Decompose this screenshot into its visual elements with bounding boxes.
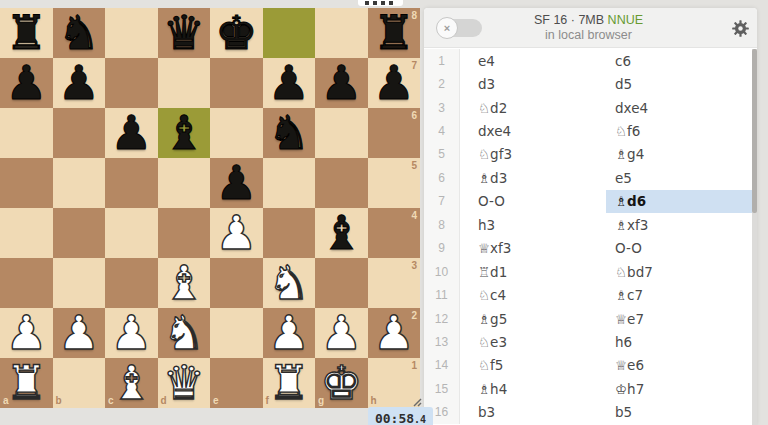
white-pawn-c2[interactable]: ♟ <box>105 308 158 358</box>
move-row-2: 2d3d5 <box>424 72 757 95</box>
coord-rank-1: 1 <box>411 360 417 371</box>
white-knight-f3[interactable]: ♞ <box>263 258 316 308</box>
square-b6[interactable] <box>53 108 106 158</box>
move-white-16[interactable]: b3 <box>460 401 606 424</box>
black-bishop-g4[interactable]: ♝ <box>315 208 368 258</box>
square-b3[interactable] <box>53 258 106 308</box>
move-white-8[interactable]: h3 <box>460 213 606 236</box>
engine-subtitle: in local browser <box>460 28 717 43</box>
move-black-2[interactable]: d5 <box>606 72 752 95</box>
black-rook-a8[interactable]: ♜ <box>0 8 53 58</box>
top-clock-cropped <box>358 0 403 6</box>
move-black-16[interactable]: b5 <box>606 401 752 424</box>
square-d7[interactable] <box>158 58 211 108</box>
engine-toggle-switch[interactable]: × <box>437 19 482 37</box>
white-pawn-g2[interactable]: ♟ <box>315 308 368 358</box>
square-c8[interactable] <box>105 8 158 58</box>
move-white-4[interactable]: dxe4 <box>460 119 606 142</box>
move-white-2[interactable]: d3 <box>460 72 606 95</box>
coord-file-c: c <box>108 395 114 406</box>
move-black-12[interactable]: ♕e7 <box>606 307 752 330</box>
move-white-12[interactable]: ♗g5 <box>460 307 606 330</box>
coord-rank-7: 7 <box>411 60 417 71</box>
square-e6[interactable] <box>210 108 263 158</box>
move-row-9: 9♕xf3O-O <box>424 237 757 260</box>
move-black-8[interactable]: ♗xf3 <box>606 213 752 236</box>
black-pawn-e5[interactable]: ♟ <box>210 158 263 208</box>
square-g6[interactable] <box>315 108 368 158</box>
square-f4[interactable] <box>263 208 316 258</box>
square-a5[interactable] <box>0 158 53 208</box>
move-number: 1 <box>424 49 460 72</box>
move-white-1[interactable]: e4 <box>460 49 606 72</box>
black-pawn-a7[interactable]: ♟ <box>0 58 53 108</box>
move-row-13: 13♘e3h6 <box>424 330 757 353</box>
move-black-6[interactable]: e5 <box>606 166 752 189</box>
square-c4[interactable] <box>105 208 158 258</box>
square-a6[interactable] <box>0 108 53 158</box>
move-number: 13 <box>424 330 460 353</box>
move-number: 3 <box>424 96 460 119</box>
move-black-14[interactable]: ♕e6 <box>606 354 752 377</box>
chess-board[interactable]: 87654321abcdefgh♜♞♛♚♜♟♟♟♟♟♟♝♞♟♟♝♝♞♟♟♟♞♟♟… <box>0 8 420 408</box>
move-number: 8 <box>424 213 460 236</box>
move-white-6[interactable]: ♗d3 <box>460 166 606 189</box>
black-pawn-g7[interactable]: ♟ <box>315 58 368 108</box>
move-number: 14 <box>424 354 460 377</box>
gear-icon[interactable] <box>731 19 750 38</box>
board-resize-handle[interactable] <box>411 396 422 407</box>
move-black-5[interactable]: ♗g4 <box>606 143 752 166</box>
square-a4[interactable] <box>0 208 53 258</box>
move-row-8: 8h3♗xf3 <box>424 213 757 236</box>
move-row-12: 12♗g5♕e7 <box>424 307 757 330</box>
move-black-3[interactable]: dxe4 <box>606 96 752 119</box>
coord-file-d: d <box>161 395 167 406</box>
move-black-7[interactable]: ♗d6 <box>606 190 752 213</box>
square-a3[interactable] <box>0 258 53 308</box>
black-knight-b8[interactable]: ♞ <box>53 8 106 58</box>
move-white-14[interactable]: ♘f5 <box>460 354 606 377</box>
black-queen-d8[interactable]: ♛ <box>158 8 211 58</box>
move-black-13[interactable]: h6 <box>606 330 752 353</box>
move-white-11[interactable]: ♘c4 <box>460 283 606 306</box>
square-c5[interactable] <box>105 158 158 208</box>
move-white-3[interactable]: ♘d2 <box>460 96 606 119</box>
toggle-knob-x-icon[interactable]: × <box>436 17 458 39</box>
move-row-4: 4dxe4♘f6 <box>424 119 757 142</box>
move-white-5[interactable]: ♘gf3 <box>460 143 606 166</box>
move-number: 2 <box>424 72 460 95</box>
square-e3[interactable] <box>210 258 263 308</box>
move-row-14: 14♘f5♕e6 <box>424 354 757 377</box>
move-row-10: 10♖d1♘bd7 <box>424 260 757 283</box>
square-e2[interactable] <box>210 308 263 358</box>
square-g5[interactable] <box>315 158 368 208</box>
move-row-11: 11♘c4♗c7 <box>424 283 757 306</box>
square-d4[interactable] <box>158 208 211 258</box>
white-pawn-a2[interactable]: ♟ <box>0 308 53 358</box>
square-f8[interactable] <box>263 8 316 58</box>
engine-nnue-badge: NNUE <box>608 13 643 27</box>
engine-name: SF 16 · 7MB <box>534 13 604 27</box>
black-knight-f6[interactable]: ♞ <box>263 108 316 158</box>
white-pawn-e4[interactable]: ♟ <box>210 208 263 258</box>
move-number: 11 <box>424 283 460 306</box>
square-f5[interactable] <box>263 158 316 208</box>
scrollbar-thumb[interactable] <box>752 49 757 213</box>
square-b5[interactable] <box>53 158 106 208</box>
white-pawn-f2[interactable]: ♟ <box>263 308 316 358</box>
white-clock: 00:58.4 <box>368 407 433 425</box>
white-bishop-d3[interactable]: ♝ <box>158 258 211 308</box>
move-number: 4 <box>424 119 460 142</box>
move-row-16: 16b3b5 <box>424 401 757 424</box>
clock-time: 00:58 <box>375 411 414 425</box>
coord-file-e: e <box>213 395 219 406</box>
clock-tenths: .4 <box>414 411 426 425</box>
move-list: 1e4c62d3d53♘d2dxe44dxe4♘f65♘gf3♗g46♗d3e5… <box>424 49 757 425</box>
black-pawn-c6[interactable]: ♟ <box>105 108 158 158</box>
coord-rank-8: 8 <box>411 10 417 21</box>
engine-header: × SF 16 · 7MB NNUE in local browser <box>424 8 757 48</box>
move-row-7: 7O-O♗d6 <box>424 190 757 213</box>
move-white-7[interactable]: O-O <box>460 190 606 213</box>
square-e7[interactable] <box>210 58 263 108</box>
move-white-9[interactable]: ♕xf3 <box>460 237 606 260</box>
coord-rank-6: 6 <box>411 110 417 121</box>
move-number: 6 <box>424 166 460 189</box>
square-g3[interactable] <box>315 258 368 308</box>
move-list-scrollbar[interactable] <box>752 49 757 425</box>
coord-file-h: h <box>371 395 377 406</box>
square-c7[interactable] <box>105 58 158 108</box>
move-black-4[interactable]: ♘f6 <box>606 119 752 142</box>
black-pawn-b7[interactable]: ♟ <box>53 58 106 108</box>
black-king-e8[interactable]: ♚ <box>210 8 263 58</box>
move-row-15: 15♗h4♔h7 <box>424 377 757 400</box>
coord-file-b: b <box>56 395 62 406</box>
square-c3[interactable] <box>105 258 158 308</box>
move-white-10[interactable]: ♖d1 <box>460 260 606 283</box>
move-number: 10 <box>424 260 460 283</box>
coord-file-f: f <box>266 395 269 406</box>
coord-rank-2: 2 <box>411 310 417 321</box>
white-pawn-b2[interactable]: ♟ <box>53 308 106 358</box>
move-row-1: 1e4c6 <box>424 49 757 72</box>
move-number: 7 <box>424 190 460 213</box>
black-bishop-d6[interactable]: ♝ <box>158 108 211 158</box>
white-rook-f1[interactable]: ♜ <box>263 358 316 408</box>
coord-file-g: g <box>318 395 324 406</box>
square-d5[interactable] <box>158 158 211 208</box>
coord-file-a: a <box>3 395 9 406</box>
move-number: 5 <box>424 143 460 166</box>
move-black-9[interactable]: O-O <box>606 237 752 260</box>
move-black-10[interactable]: ♘bd7 <box>606 260 752 283</box>
move-number: 9 <box>424 237 460 260</box>
move-row-5: 5♘gf3♗g4 <box>424 143 757 166</box>
move-number: 12 <box>424 307 460 330</box>
move-row-3: 3♘d2dxe4 <box>424 96 757 119</box>
coord-rank-5: 5 <box>411 160 417 171</box>
square-b4[interactable] <box>53 208 106 258</box>
white-knight-d2[interactable]: ♞ <box>158 308 211 358</box>
move-black-1[interactable]: c6 <box>606 49 752 72</box>
coord-rank-4: 4 <box>411 210 417 221</box>
coord-rank-3: 3 <box>411 260 417 271</box>
move-white-15[interactable]: ♗h4 <box>460 377 606 400</box>
move-row-6: 6♗d3e5 <box>424 166 757 189</box>
move-black-15[interactable]: ♔h7 <box>606 377 752 400</box>
move-white-13[interactable]: ♘e3 <box>460 330 606 353</box>
move-black-11[interactable]: ♗c7 <box>606 283 752 306</box>
black-pawn-f7[interactable]: ♟ <box>263 58 316 108</box>
square-g8[interactable] <box>315 8 368 58</box>
clock-digit-bottoms <box>365 1 397 5</box>
analysis-panel: × SF 16 · 7MB NNUE in local browser <box>424 8 757 425</box>
move-number: 15 <box>424 377 460 400</box>
